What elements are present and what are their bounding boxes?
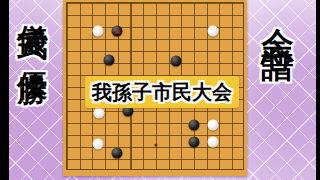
right-caption: 会心譜 [262, 2, 294, 32]
go-thumbnail: { "game": "go", "thumbnail": { "banner_t… [0, 0, 320, 180]
tournament-banner: 我孫子市民大会 [85, 76, 239, 108]
black-stone [189, 137, 200, 148]
left-caption: 儀式で優勝 [17, 1, 47, 55]
white-stone [208, 137, 219, 148]
black-stone [112, 26, 123, 37]
red-triangle-marker [114, 29, 120, 34]
white-stone [94, 108, 105, 119]
right-letterbox-bar [316, 0, 320, 180]
white-stone [208, 120, 219, 131]
black-stone [112, 148, 123, 159]
tournament-banner-text: 我孫子市民大会 [92, 79, 232, 106]
black-stone [189, 120, 200, 131]
white-stone [93, 26, 104, 37]
white-stone [93, 139, 104, 150]
black-stone [104, 55, 115, 66]
star-point [155, 144, 158, 147]
black-stone [171, 56, 182, 67]
white-stone [208, 26, 219, 37]
left-letterbox-bar [0, 0, 9, 180]
